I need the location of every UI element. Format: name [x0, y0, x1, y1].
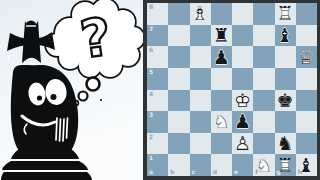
square-c6[interactable]: [190, 46, 211, 68]
square-g7[interactable]: ♝: [275, 25, 296, 47]
square-h8[interactable]: [296, 3, 317, 25]
board-grid: 8♝♗♜♖7♜♝6♟♛♕54♚♔♚3♞♘♟2♟♙♞1abcdef♞♘g♜♖h♝: [147, 3, 317, 176]
piece-white-pawn: ♙: [232, 133, 253, 155]
square-g3[interactable]: [275, 111, 296, 133]
piece-white-bishop: ♗: [190, 3, 211, 25]
square-e6[interactable]: [232, 46, 253, 68]
file-label-c: c: [192, 169, 196, 175]
king-ring: [2, 161, 88, 170]
square-d4[interactable]: [211, 90, 232, 112]
rank-label-5: 5: [149, 69, 153, 75]
piece-black-bishop: ♝: [275, 25, 296, 47]
square-h1[interactable]: h♝: [296, 154, 317, 176]
square-e1[interactable]: e: [232, 154, 253, 176]
square-a7[interactable]: 7: [147, 25, 168, 47]
square-h6[interactable]: ♛♕: [296, 46, 317, 68]
square-h7[interactable]: [296, 25, 317, 47]
square-f2[interactable]: [253, 133, 274, 155]
king-pupil-left: [37, 95, 42, 100]
file-label-e: e: [234, 169, 238, 175]
piece-white-bishop: ♝: [190, 3, 211, 25]
thinking-king-panel: ?: [0, 0, 145, 180]
king-collar: [11, 149, 79, 159]
square-f8[interactable]: [253, 3, 274, 25]
square-g4[interactable]: ♚: [275, 90, 296, 112]
piece-black-pawn: ♟: [211, 46, 232, 68]
rank-label-3: 3: [149, 112, 153, 118]
piece-white-pawn: ♟: [232, 133, 253, 155]
square-b1[interactable]: b: [168, 154, 189, 176]
piece-white-knight: ♘: [211, 111, 232, 133]
square-h5[interactable]: [296, 68, 317, 90]
square-e8[interactable]: [232, 3, 253, 25]
square-c2[interactable]: [190, 133, 211, 155]
square-a1[interactable]: 1a: [147, 154, 168, 176]
square-b8[interactable]: [168, 3, 189, 25]
rank-label-7: 7: [149, 26, 153, 32]
rank-label-6: 6: [149, 47, 153, 53]
piece-black-knight: ♞: [275, 133, 296, 155]
square-d5[interactable]: [211, 68, 232, 90]
square-f1[interactable]: f♞♘: [253, 154, 274, 176]
piece-black-pawn: ♟: [232, 111, 253, 133]
square-d7[interactable]: ♜: [211, 25, 232, 47]
piece-white-rook: ♜: [275, 3, 296, 25]
square-f4[interactable]: [253, 90, 274, 112]
square-g8[interactable]: ♜♖: [275, 3, 296, 25]
square-f3[interactable]: [253, 111, 274, 133]
file-label-g: g: [277, 169, 281, 175]
square-e4[interactable]: ♚♔: [232, 90, 253, 112]
square-c5[interactable]: [190, 68, 211, 90]
king-head: [11, 65, 78, 154]
rank-label-8: 8: [149, 4, 153, 10]
piece-white-king: ♚: [232, 90, 253, 112]
square-d3[interactable]: ♞♘: [211, 111, 232, 133]
file-label-f: f: [255, 169, 258, 175]
chess-board: 8♝♗♜♖7♜♝6♟♛♕54♚♔♚3♞♘♟2♟♙♞1abcdef♞♘g♜♖h♝: [143, 0, 320, 180]
square-c3[interactable]: [190, 111, 211, 133]
piece-white-rook: ♖: [275, 3, 296, 25]
square-a4[interactable]: 4: [147, 90, 168, 112]
square-a6[interactable]: 6: [147, 46, 168, 68]
square-g2[interactable]: ♞: [275, 133, 296, 155]
king-arm-scribble: [8, 55, 10, 61]
square-g5[interactable]: [275, 68, 296, 90]
piece-white-knight: ♞: [211, 111, 232, 133]
square-h3[interactable]: [296, 111, 317, 133]
square-f7[interactable]: [253, 25, 274, 47]
file-label-a: a: [149, 169, 153, 175]
square-c7[interactable]: [190, 25, 211, 47]
bubble-tail: [74, 78, 100, 106]
ink-dot: [100, 99, 102, 101]
piece-white-king: ♔: [232, 90, 253, 112]
square-e3[interactable]: ♟: [232, 111, 253, 133]
square-a5[interactable]: 5: [147, 68, 168, 90]
square-f5[interactable]: [253, 68, 274, 90]
piece-black-rook: ♜: [211, 25, 232, 47]
square-a3[interactable]: 3: [147, 111, 168, 133]
square-g6[interactable]: [275, 46, 296, 68]
square-a8[interactable]: 8: [147, 3, 168, 25]
square-d8[interactable]: [211, 3, 232, 25]
king-base: [1, 172, 92, 180]
square-b2[interactable]: [168, 133, 189, 155]
square-b4[interactable]: [168, 90, 189, 112]
piece-black-king: ♚: [275, 90, 296, 112]
square-e7[interactable]: [232, 25, 253, 47]
file-label-d: d: [213, 169, 217, 175]
square-h4[interactable]: [296, 90, 317, 112]
thinking-king-cartoon: ?: [0, 0, 145, 180]
square-a2[interactable]: 2: [147, 133, 168, 155]
king-pupil-right: [51, 94, 57, 100]
rank-label-1: 1: [149, 155, 153, 161]
piece-white-queen: ♕: [296, 46, 317, 68]
square-c4[interactable]: [190, 90, 211, 112]
square-d6[interactable]: ♟: [211, 46, 232, 68]
square-c8[interactable]: ♝♗: [190, 3, 211, 25]
square-b3[interactable]: [168, 111, 189, 133]
square-c1[interactable]: c: [190, 154, 211, 176]
file-label-h: h: [298, 169, 302, 175]
square-b7[interactable]: [168, 25, 189, 47]
rank-label-4: 4: [149, 91, 153, 97]
square-b5[interactable]: [168, 68, 189, 90]
file-label-b: b: [170, 169, 174, 175]
rank-label-2: 2: [149, 134, 153, 140]
piece-white-queen: ♛: [296, 46, 317, 68]
square-g1[interactable]: g♜♖: [275, 154, 296, 176]
square-e2[interactable]: ♟♙: [232, 133, 253, 155]
square-d2[interactable]: [211, 133, 232, 155]
square-d1[interactable]: d: [211, 154, 232, 176]
square-e5[interactable]: [232, 68, 253, 90]
square-h2[interactable]: [296, 133, 317, 155]
square-f6[interactable]: [253, 46, 274, 68]
square-b6[interactable]: [168, 46, 189, 68]
